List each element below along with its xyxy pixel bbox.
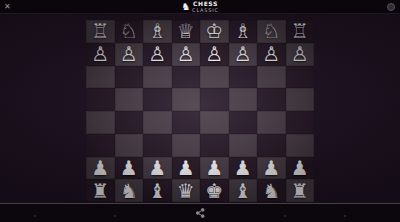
square-h4[interactable] — [286, 111, 315, 134]
square-c1[interactable]: ♝ — [143, 179, 172, 202]
white-pawn[interactable]: ♟ — [205, 158, 223, 178]
black-pawn[interactable]: ♙ — [234, 44, 252, 64]
square-c4[interactable] — [143, 111, 172, 134]
black-bishop[interactable]: ♗ — [148, 21, 166, 41]
white-rook[interactable]: ♜ — [291, 181, 309, 201]
square-h3[interactable] — [286, 134, 315, 157]
black-pawn[interactable]: ♙ — [120, 44, 138, 64]
square-f7[interactable]: ♙ — [229, 43, 258, 66]
square-c2[interactable]: ♟ — [143, 157, 172, 180]
square-f6[interactable] — [229, 66, 258, 89]
square-a4[interactable] — [86, 111, 115, 134]
square-g3[interactable] — [257, 134, 286, 157]
square-f4[interactable] — [229, 111, 258, 134]
square-e1[interactable]: ♚ — [200, 179, 229, 202]
square-b6[interactable] — [115, 66, 144, 89]
square-e5[interactable] — [200, 88, 229, 111]
white-king[interactable]: ♚ — [205, 181, 223, 201]
square-e3[interactable] — [200, 134, 229, 157]
square-f5[interactable] — [229, 88, 258, 111]
square-e6[interactable] — [200, 66, 229, 89]
square-d6[interactable] — [172, 66, 201, 89]
square-h6[interactable] — [286, 66, 315, 89]
black-pawn[interactable]: ♙ — [205, 44, 223, 64]
white-pawn[interactable]: ♟ — [234, 158, 252, 178]
nav-dot — [114, 215, 116, 217]
square-a2[interactable]: ♟ — [86, 157, 115, 180]
app-window: ✕ ♞ CHESS CLASSIC ♖♘♗♕♔♗♘♖♙♙♙♙♙♙♙♙♟♟♟♟♟♟… — [0, 0, 400, 222]
square-b5[interactable] — [115, 88, 144, 111]
app-logo: ♞ CHESS CLASSIC — [181, 1, 219, 13]
square-g7[interactable]: ♙ — [257, 43, 286, 66]
app-title: CHESS — [193, 1, 218, 7]
square-h1[interactable]: ♜ — [286, 179, 315, 202]
black-queen[interactable]: ♕ — [177, 21, 195, 41]
square-e7[interactable]: ♙ — [200, 43, 229, 66]
square-a7[interactable]: ♙ — [86, 43, 115, 66]
square-a1[interactable]: ♜ — [86, 179, 115, 202]
white-knight[interactable]: ♞ — [120, 181, 138, 201]
close-icon[interactable]: ✕ — [4, 0, 11, 13]
square-e4[interactable] — [200, 111, 229, 134]
white-knight[interactable]: ♞ — [262, 181, 280, 201]
square-d4[interactable] — [172, 111, 201, 134]
square-c3[interactable] — [143, 134, 172, 157]
black-bishop[interactable]: ♗ — [234, 21, 252, 41]
square-d3[interactable] — [172, 134, 201, 157]
white-queen[interactable]: ♛ — [177, 181, 195, 201]
bottom-bar — [0, 203, 400, 222]
white-pawn[interactable]: ♟ — [291, 158, 309, 178]
logo-text: CHESS CLASSIC — [192, 1, 219, 13]
square-d5[interactable] — [172, 88, 201, 111]
square-c5[interactable] — [143, 88, 172, 111]
square-g2[interactable]: ♟ — [257, 157, 286, 180]
white-pawn[interactable]: ♟ — [148, 158, 166, 178]
black-pawn[interactable]: ♙ — [148, 44, 166, 64]
white-bishop[interactable]: ♝ — [148, 181, 166, 201]
square-c8[interactable]: ♗ — [143, 20, 172, 43]
square-g4[interactable] — [257, 111, 286, 134]
knight-logo-icon: ♞ — [181, 2, 190, 12]
white-pawn[interactable]: ♟ — [177, 158, 195, 178]
square-g8[interactable]: ♘ — [257, 20, 286, 43]
black-knight[interactable]: ♘ — [262, 21, 280, 41]
square-d8[interactable]: ♕ — [172, 20, 201, 43]
square-f2[interactable]: ♟ — [229, 157, 258, 180]
black-knight[interactable]: ♘ — [120, 21, 138, 41]
square-g1[interactable]: ♞ — [257, 179, 286, 202]
white-rook[interactable]: ♜ — [91, 181, 109, 201]
app-subtitle: CLASSIC — [192, 8, 219, 13]
square-a6[interactable] — [86, 66, 115, 89]
square-b7[interactable]: ♙ — [115, 43, 144, 66]
black-king[interactable]: ♔ — [205, 21, 223, 41]
square-a5[interactable] — [86, 88, 115, 111]
square-a8[interactable]: ♖ — [86, 20, 115, 43]
black-rook[interactable]: ♖ — [91, 21, 109, 41]
nav-dot — [344, 215, 346, 217]
black-pawn[interactable]: ♙ — [91, 44, 109, 64]
square-d2[interactable]: ♟ — [172, 157, 201, 180]
gear-icon[interactable] — [387, 3, 395, 11]
square-e2[interactable]: ♟ — [200, 157, 229, 180]
square-g5[interactable] — [257, 88, 286, 111]
square-b2[interactable]: ♟ — [115, 157, 144, 180]
square-h8[interactable]: ♖ — [286, 20, 315, 43]
white-pawn[interactable]: ♟ — [262, 158, 280, 178]
black-rook[interactable]: ♖ — [291, 21, 309, 41]
nav-dot — [284, 215, 286, 217]
black-pawn[interactable]: ♙ — [177, 44, 195, 64]
square-e8[interactable]: ♔ — [200, 20, 229, 43]
game-area: ♖♘♗♕♔♗♘♖♙♙♙♙♙♙♙♙♟♟♟♟♟♟♟♟♜♞♝♛♚♝♞♜ — [0, 14, 400, 203]
square-b4[interactable] — [115, 111, 144, 134]
white-pawn[interactable]: ♟ — [120, 158, 138, 178]
share-icon[interactable] — [195, 208, 205, 219]
square-b8[interactable]: ♘ — [115, 20, 144, 43]
white-pawn[interactable]: ♟ — [91, 158, 109, 178]
square-h2[interactable]: ♟ — [286, 157, 315, 180]
square-d1[interactable]: ♛ — [172, 179, 201, 202]
square-a3[interactable] — [86, 134, 115, 157]
square-f3[interactable] — [229, 134, 258, 157]
square-c7[interactable]: ♙ — [143, 43, 172, 66]
top-bar: ✕ ♞ CHESS CLASSIC — [0, 0, 400, 14]
white-bishop[interactable]: ♝ — [234, 181, 252, 201]
square-d7[interactable]: ♙ — [172, 43, 201, 66]
square-h5[interactable] — [286, 88, 315, 111]
square-f8[interactable]: ♗ — [229, 20, 258, 43]
nav-dot — [34, 215, 36, 217]
square-h7[interactable]: ♙ — [286, 43, 315, 66]
square-c6[interactable] — [143, 66, 172, 89]
black-pawn[interactable]: ♙ — [262, 44, 280, 64]
black-pawn[interactable]: ♙ — [291, 44, 309, 64]
square-b1[interactable]: ♞ — [115, 179, 144, 202]
square-g6[interactable] — [257, 66, 286, 89]
square-f1[interactable]: ♝ — [229, 179, 258, 202]
chess-board: ♖♘♗♕♔♗♘♖♙♙♙♙♙♙♙♙♟♟♟♟♟♟♟♟♜♞♝♛♚♝♞♜ — [86, 20, 314, 202]
square-b3[interactable] — [115, 134, 144, 157]
